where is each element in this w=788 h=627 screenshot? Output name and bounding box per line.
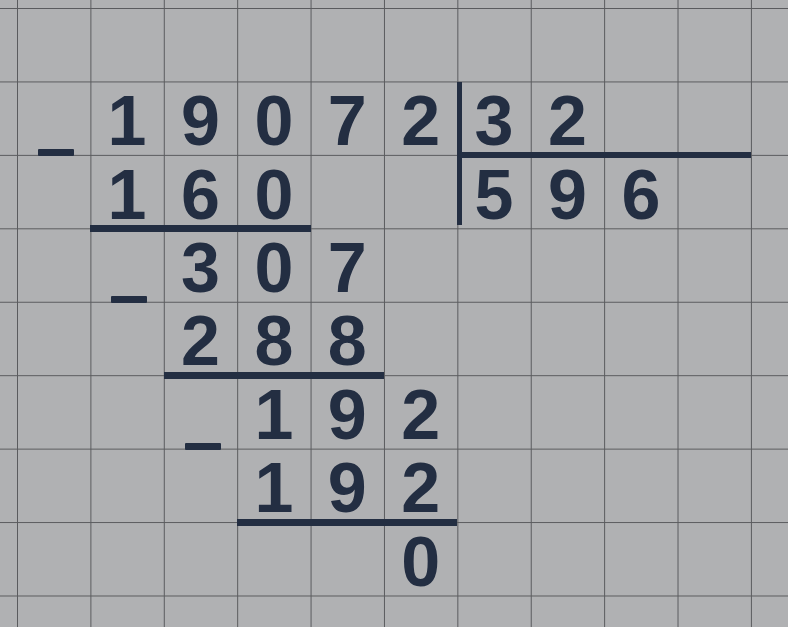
digit-cell: 2 [531,84,604,157]
digit-cell: 2 [164,305,237,378]
subtract-rule-160-line [90,225,310,232]
digit-cell: 0 [237,84,310,157]
digit-cell: 0 [237,158,310,231]
digit-cell: 0 [237,231,310,304]
digit-cell: 5 [457,158,530,231]
digit-cell: 2 [384,84,457,157]
long-division-worksheet: 19072321605963072881921920 [0,0,788,627]
digit-cell: 3 [457,84,530,157]
digit-cell: 1 [90,158,163,231]
digit-cell: 9 [311,378,384,451]
digit-cell: 0 [384,525,457,598]
digit-cell: 1 [90,84,163,157]
digit-cell: 7 [311,231,384,304]
quotient-separator-line [457,152,751,159]
minus-sign [111,296,147,303]
digit-cell: 2 [384,378,457,451]
minus-sign [38,149,74,156]
subtract-rule-192-line [237,519,457,526]
digit-cell: 8 [311,305,384,378]
digit-cell: 6 [604,158,677,231]
digit-cell: 3 [164,231,237,304]
minus-sign [185,443,221,450]
digit-cell: 9 [531,158,604,231]
digit-cell: 9 [311,452,384,525]
subtract-rule-288-line [164,372,384,379]
digit-cell: 6 [164,158,237,231]
digit-cell: 1 [237,452,310,525]
digit-cell: 2 [384,452,457,525]
division-work-area: 19072321605963072881921920 [17,8,752,596]
digit-cell: 1 [237,378,310,451]
digit-cell: 7 [311,84,384,157]
digit-cell: 8 [237,305,310,378]
digit-cell: 9 [164,84,237,157]
